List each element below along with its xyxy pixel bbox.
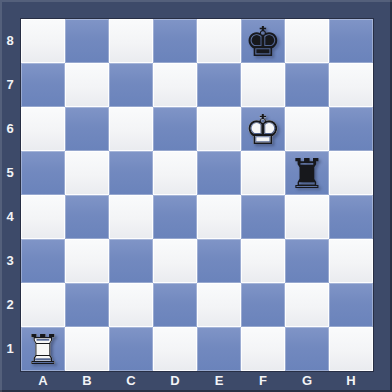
file-label-b: B [65, 372, 109, 392]
rank-label-5: 5 [0, 151, 20, 195]
square-a5[interactable] [21, 151, 65, 195]
square-a2[interactable] [21, 283, 65, 327]
square-f3[interactable] [241, 239, 285, 283]
square-c6[interactable] [109, 107, 153, 151]
rank-labels: 8 7 6 5 4 3 2 1 [0, 19, 20, 371]
white-rook[interactable]: ♜ ♖ [21, 327, 65, 371]
square-d5[interactable] [153, 151, 197, 195]
square-b2[interactable] [65, 283, 109, 327]
square-f7[interactable] [241, 63, 285, 107]
square-d2[interactable] [153, 283, 197, 327]
square-h7[interactable] [329, 63, 373, 107]
square-c3[interactable] [109, 239, 153, 283]
square-d4[interactable] [153, 195, 197, 239]
square-b3[interactable] [65, 239, 109, 283]
square-f2[interactable] [241, 283, 285, 327]
square-e2[interactable] [197, 283, 241, 327]
file-label-a: A [21, 372, 65, 392]
square-d7[interactable] [153, 63, 197, 107]
file-label-e: E [197, 372, 241, 392]
square-e5[interactable] [197, 151, 241, 195]
square-c4[interactable] [109, 195, 153, 239]
square-c5[interactable] [109, 151, 153, 195]
square-f5[interactable] [241, 151, 285, 195]
square-e7[interactable] [197, 63, 241, 107]
square-a3[interactable] [21, 239, 65, 283]
square-c2[interactable] [109, 283, 153, 327]
square-c1[interactable] [109, 327, 153, 371]
square-d6[interactable] [153, 107, 197, 151]
square-g4[interactable] [285, 195, 329, 239]
square-g6[interactable] [285, 107, 329, 151]
square-f4[interactable] [241, 195, 285, 239]
square-b5[interactable] [65, 151, 109, 195]
black-king[interactable]: ♚ [241, 19, 285, 63]
square-h4[interactable] [329, 195, 373, 239]
square-a8[interactable] [21, 19, 65, 63]
rank-label-8: 8 [0, 19, 20, 63]
square-g7[interactable] [285, 63, 329, 107]
square-b6[interactable] [65, 107, 109, 151]
square-b1[interactable] [65, 327, 109, 371]
white-king[interactable]: ♚ ♔ [241, 107, 285, 151]
square-h3[interactable] [329, 239, 373, 283]
square-h2[interactable] [329, 283, 373, 327]
square-e1[interactable] [197, 327, 241, 371]
file-label-g: G [285, 372, 329, 392]
square-a7[interactable] [21, 63, 65, 107]
square-h8[interactable] [329, 19, 373, 63]
square-d3[interactable] [153, 239, 197, 283]
square-h5[interactable] [329, 151, 373, 195]
square-g2[interactable] [285, 283, 329, 327]
file-label-d: D [153, 372, 197, 392]
square-h1[interactable] [329, 327, 373, 371]
rank-label-7: 7 [0, 63, 20, 107]
rank-label-3: 3 [0, 239, 20, 283]
file-labels: A B C D E F G H [21, 372, 373, 392]
square-a6[interactable] [21, 107, 65, 151]
black-rook[interactable]: ♜ [285, 151, 329, 195]
square-e8[interactable] [197, 19, 241, 63]
square-g3[interactable] [285, 239, 329, 283]
file-label-c: C [109, 372, 153, 392]
file-label-h: H [329, 372, 373, 392]
square-e6[interactable] [197, 107, 241, 151]
square-g8[interactable] [285, 19, 329, 63]
square-b8[interactable] [65, 19, 109, 63]
rank-label-2: 2 [0, 283, 20, 327]
square-b7[interactable] [65, 63, 109, 107]
rank-label-4: 4 [0, 195, 20, 239]
square-d8[interactable] [153, 19, 197, 63]
square-d1[interactable] [153, 327, 197, 371]
square-e4[interactable] [197, 195, 241, 239]
rank-label-1: 1 [0, 327, 20, 371]
square-e3[interactable] [197, 239, 241, 283]
square-c7[interactable] [109, 63, 153, 107]
file-label-f: F [241, 372, 285, 392]
square-c8[interactable] [109, 19, 153, 63]
square-b4[interactable] [65, 195, 109, 239]
square-f1[interactable] [241, 327, 285, 371]
rank-label-6: 6 [0, 107, 20, 151]
square-a4[interactable] [21, 195, 65, 239]
chessboard-frame: 8 7 6 5 4 3 2 1 ♚ ♚ ♔ ♜ ♜ ♖ A B C D E F [0, 0, 392, 392]
square-g1[interactable] [285, 327, 329, 371]
square-h6[interactable] [329, 107, 373, 151]
